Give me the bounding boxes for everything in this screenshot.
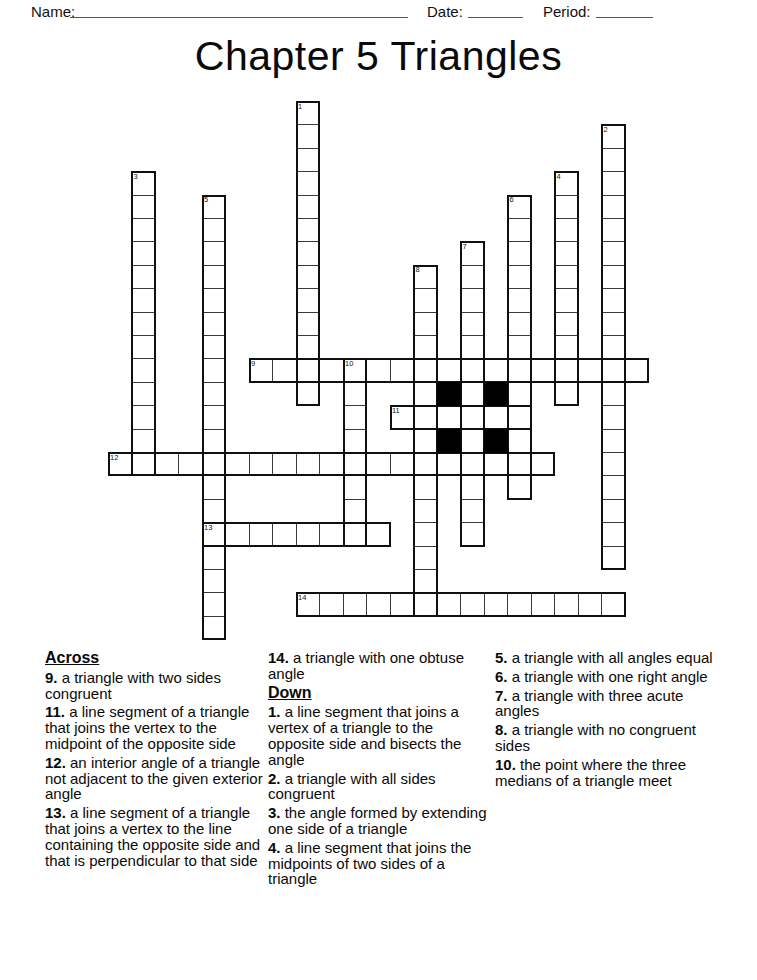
page-title: Chapter 5 Triangles <box>0 33 757 80</box>
cell-r13c13[interactable] <box>413 405 438 429</box>
cell-r9c21[interactable] <box>601 312 626 336</box>
cell-r15c4[interactable] <box>202 452 227 476</box>
cell-r15c1[interactable] <box>131 452 156 476</box>
cell-r8c4[interactable] <box>202 288 227 312</box>
period-label: Period: <box>543 3 591 20</box>
cell-r11c11[interactable] <box>366 358 391 382</box>
cell-r15c11[interactable] <box>366 452 391 476</box>
cell-r7c8[interactable] <box>296 265 321 289</box>
cell-r4c21[interactable] <box>601 195 626 219</box>
clue-14: 14. a triangle with one obtuse angle <box>268 650 488 682</box>
cell-r12c1[interactable] <box>131 382 156 406</box>
cell-r8c19[interactable] <box>554 288 579 312</box>
cell-r7c15[interactable] <box>460 265 485 289</box>
cell-r21c10[interactable] <box>343 592 368 616</box>
cell-r3c19[interactable] <box>554 171 579 195</box>
cell-r15c18[interactable] <box>531 452 556 476</box>
cell-r20c4[interactable] <box>202 569 227 593</box>
cell-r21c16[interactable] <box>484 592 509 616</box>
cell-r13c14[interactable] <box>437 405 462 429</box>
cell-r19c4[interactable] <box>202 546 227 570</box>
cell-r6c21[interactable] <box>601 241 626 265</box>
clue-2: 2. a triangle with all sides congruent <box>268 771 488 803</box>
black-cell-r12c14 <box>437 382 462 406</box>
cell-r15c13[interactable] <box>413 452 438 476</box>
clue-7: 7. a triangle with three acute angles <box>495 688 715 720</box>
cell-r13c21[interactable] <box>601 405 626 429</box>
cell-r11c7[interactable] <box>272 358 297 382</box>
cell-r11c15[interactable] <box>460 358 485 382</box>
cell-r21c21[interactable] <box>601 592 626 616</box>
cell-r12c4[interactable] <box>202 382 227 406</box>
cell-r18c8[interactable] <box>296 522 321 546</box>
cell-r14c13[interactable] <box>413 429 438 453</box>
cell-r11c16[interactable] <box>484 358 509 382</box>
cell-r8c1[interactable] <box>131 288 156 312</box>
cell-r8c17[interactable] <box>507 288 532 312</box>
name-blank-line <box>70 3 408 18</box>
cell-r20c13[interactable] <box>413 569 438 593</box>
cell-r12c21[interactable] <box>601 382 626 406</box>
cell-r17c4[interactable] <box>202 499 227 523</box>
clue-1: 1. a line segment that joins a vertex of… <box>268 704 488 767</box>
cell-r11c8[interactable] <box>296 358 321 382</box>
cell-r10c17[interactable] <box>507 335 532 359</box>
cell-r11c21[interactable] <box>601 358 626 382</box>
cell-r21c15[interactable] <box>460 592 485 616</box>
clue-12: 12. an interior angle of a triangle not … <box>45 755 265 802</box>
cell-r10c13[interactable] <box>413 335 438 359</box>
cell-r18c4[interactable] <box>202 522 227 546</box>
cell-r15c9[interactable] <box>319 452 344 476</box>
cell-r5c4[interactable] <box>202 218 227 242</box>
cell-r11c4[interactable] <box>202 358 227 382</box>
cell-r17c21[interactable] <box>601 499 626 523</box>
cell-r15c8[interactable] <box>296 452 321 476</box>
cell-r5c1[interactable] <box>131 218 156 242</box>
cell-r4c19[interactable] <box>554 195 579 219</box>
cell-r12c15[interactable] <box>460 382 485 406</box>
cell-r5c8[interactable] <box>296 218 321 242</box>
cell-r3c8[interactable] <box>296 171 321 195</box>
cell-r11c22[interactable] <box>625 358 650 382</box>
cell-r8c13[interactable] <box>413 288 438 312</box>
cell-r21c17[interactable] <box>507 592 532 616</box>
cell-r17c10[interactable] <box>343 499 368 523</box>
name-label: Name: <box>31 3 75 20</box>
cell-r8c8[interactable] <box>296 288 321 312</box>
cell-r1c21[interactable] <box>601 124 626 148</box>
cell-r21c13[interactable] <box>413 592 438 616</box>
clue-11: 11. a line segment of a triangle that jo… <box>45 704 265 751</box>
cell-r4c17[interactable] <box>507 195 532 219</box>
cell-r21c18[interactable] <box>531 592 556 616</box>
cell-r5c21[interactable] <box>601 218 626 242</box>
clue-8: 8. a triangle with no congruent sides <box>495 722 715 754</box>
cell-r17c15[interactable] <box>460 499 485 523</box>
cell-r7c19[interactable] <box>554 265 579 289</box>
cell-r18c10[interactable] <box>343 522 368 546</box>
cell-r9c8[interactable] <box>296 312 321 336</box>
cell-r18c13[interactable] <box>413 522 438 546</box>
cell-r18c21[interactable] <box>601 522 626 546</box>
cell-r11c17[interactable] <box>507 358 532 382</box>
cell-r18c9[interactable] <box>319 522 344 546</box>
cell-r11c10[interactable] <box>343 358 368 382</box>
cell-r12c13[interactable] <box>413 382 438 406</box>
black-cell-r14c14 <box>437 429 462 453</box>
cell-r15c0[interactable] <box>108 452 133 476</box>
cell-r9c1[interactable] <box>131 312 156 336</box>
cell-r15c10[interactable] <box>343 452 368 476</box>
cell-r19c13[interactable] <box>413 546 438 570</box>
cell-r6c15[interactable] <box>460 241 485 265</box>
cell-r18c7[interactable] <box>272 522 297 546</box>
cell-r14c15[interactable] <box>460 429 485 453</box>
cell-r16c13[interactable] <box>413 475 438 499</box>
cell-r10c1[interactable] <box>131 335 156 359</box>
cell-r11c6[interactable] <box>249 358 274 382</box>
cell-r16c4[interactable] <box>202 475 227 499</box>
date-blank-line <box>468 3 523 18</box>
cell-r2c8[interactable] <box>296 148 321 172</box>
cell-r13c12[interactable] <box>390 405 415 429</box>
cell-r3c1[interactable] <box>131 171 156 195</box>
clue-3: 3. the angle formed by extending one sid… <box>268 805 488 837</box>
cell-r11c20[interactable] <box>578 358 603 382</box>
cell-r10c4[interactable] <box>202 335 227 359</box>
cell-r21c9[interactable] <box>319 592 344 616</box>
cell-r16c17[interactable] <box>507 475 532 499</box>
cell-r7c1[interactable] <box>131 265 156 289</box>
period-blank-line <box>596 3 653 18</box>
cell-r11c1[interactable] <box>131 358 156 382</box>
clue-13: 13. a line segment of a triangle that jo… <box>45 805 265 868</box>
cell-r15c6[interactable] <box>249 452 274 476</box>
cell-r13c15[interactable] <box>460 405 485 429</box>
cell-r21c14[interactable] <box>437 592 462 616</box>
cell-r16c10[interactable] <box>343 475 368 499</box>
cell-r15c17[interactable] <box>507 452 532 476</box>
cell-r7c13[interactable] <box>413 265 438 289</box>
cell-r11c9[interactable] <box>319 358 344 382</box>
cell-r14c4[interactable] <box>202 429 227 453</box>
cell-r12c19[interactable] <box>554 382 579 406</box>
cell-r15c5[interactable] <box>225 452 250 476</box>
cell-r3c21[interactable] <box>601 171 626 195</box>
date-label: Date: <box>427 3 463 20</box>
cell-r21c12[interactable] <box>390 592 415 616</box>
cell-r4c8[interactable] <box>296 195 321 219</box>
cell-r18c11[interactable] <box>366 522 391 546</box>
cell-r7c17[interactable] <box>507 265 532 289</box>
cell-r21c19[interactable] <box>554 592 579 616</box>
cell-r12c8[interactable] <box>296 382 321 406</box>
cell-r11c19[interactable] <box>554 358 579 382</box>
cell-r6c8[interactable] <box>296 241 321 265</box>
cell-r8c15[interactable] <box>460 288 485 312</box>
cell-r6c4[interactable] <box>202 241 227 265</box>
clue-10: 10. the point where the three medians of… <box>495 757 715 789</box>
cell-r11c13[interactable] <box>413 358 438 382</box>
cell-r12c17[interactable] <box>507 382 532 406</box>
cell-r15c12[interactable] <box>390 452 415 476</box>
cell-r7c21[interactable] <box>601 265 626 289</box>
cell-r18c6[interactable] <box>249 522 274 546</box>
clue-column-across: Across9. a triangle with two sides congr… <box>45 650 265 871</box>
cell-r9c19[interactable] <box>554 312 579 336</box>
cell-r15c14[interactable] <box>437 452 462 476</box>
cell-r4c1[interactable] <box>131 195 156 219</box>
cell-r21c8[interactable] <box>296 592 321 616</box>
clue-column-middle: 14. a triangle with one obtuse angleDown… <box>268 650 488 890</box>
cell-r13c16[interactable] <box>484 405 509 429</box>
cell-r15c21[interactable] <box>601 452 626 476</box>
cell-r6c17[interactable] <box>507 241 532 265</box>
clue-6: 6. a triangle with one right angle <box>495 669 715 685</box>
cell-r5c19[interactable] <box>554 218 579 242</box>
cell-r7c4[interactable] <box>202 265 227 289</box>
cell-r1c8[interactable] <box>296 124 321 148</box>
cell-r9c15[interactable] <box>460 312 485 336</box>
cell-r19c21[interactable] <box>601 546 626 570</box>
cell-r14c10[interactable] <box>343 429 368 453</box>
cell-r21c4[interactable] <box>202 592 227 616</box>
cell-r14c21[interactable] <box>601 429 626 453</box>
cell-r16c21[interactable] <box>601 475 626 499</box>
clue-5: 5. a triangle with all angles equal <box>495 650 715 666</box>
cell-r15c15[interactable] <box>460 452 485 476</box>
cell-r9c4[interactable] <box>202 312 227 336</box>
cell-r4c4[interactable] <box>202 195 227 219</box>
cell-r13c17[interactable] <box>507 405 532 429</box>
cell-r12c10[interactable] <box>343 382 368 406</box>
cell-r15c3[interactable] <box>178 452 203 476</box>
clues-header-down: Down <box>268 685 488 701</box>
clue-column-down: 5. a triangle with all angles equal6. a … <box>495 650 715 791</box>
cell-r22c4[interactable] <box>202 616 227 640</box>
cell-r11c12[interactable] <box>390 358 415 382</box>
cell-r15c2[interactable] <box>155 452 180 476</box>
cell-r21c11[interactable] <box>366 592 391 616</box>
cell-r5c17[interactable] <box>507 218 532 242</box>
clues-header-across: Across <box>45 650 265 666</box>
cell-r18c15[interactable] <box>460 522 485 546</box>
cell-r11c18[interactable] <box>531 358 556 382</box>
cell-r8c21[interactable] <box>601 288 626 312</box>
clue-4: 4. a line segment that joins the midpoin… <box>268 840 488 887</box>
cell-r21c20[interactable] <box>578 592 603 616</box>
cell-r10c15[interactable] <box>460 335 485 359</box>
cell-r14c17[interactable] <box>507 429 532 453</box>
cell-r18c5[interactable] <box>225 522 250 546</box>
black-cell-r14c16 <box>484 429 509 453</box>
cell-r17c13[interactable] <box>413 499 438 523</box>
cell-r0c8[interactable] <box>296 101 321 125</box>
cell-r13c10[interactable] <box>343 405 368 429</box>
cell-r11c14[interactable] <box>437 358 462 382</box>
black-cell-r12c16 <box>484 382 509 406</box>
cell-r15c16[interactable] <box>484 452 509 476</box>
cell-r15c7[interactable] <box>272 452 297 476</box>
cell-r9c13[interactable] <box>413 312 438 336</box>
cell-r9c17[interactable] <box>507 312 532 336</box>
cell-r2c21[interactable] <box>601 148 626 172</box>
cell-r6c1[interactable] <box>131 241 156 265</box>
cell-r13c4[interactable] <box>202 405 227 429</box>
cell-r16c15[interactable] <box>460 475 485 499</box>
cell-r10c8[interactable] <box>296 335 321 359</box>
clue-9: 9. a triangle with two sides congruent <box>45 670 265 702</box>
cell-r10c19[interactable] <box>554 335 579 359</box>
cell-r6c19[interactable] <box>554 241 579 265</box>
cell-r10c21[interactable] <box>601 335 626 359</box>
cell-r13c1[interactable] <box>131 405 156 429</box>
cell-r14c1[interactable] <box>131 429 156 453</box>
